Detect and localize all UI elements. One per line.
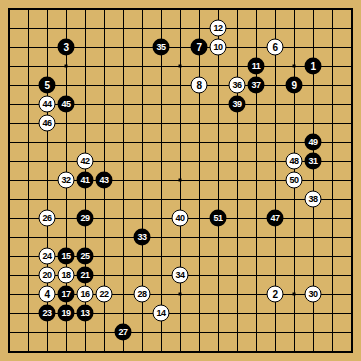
stone-white-24: 24	[39, 248, 56, 265]
star-point	[179, 65, 182, 68]
stone-number: 46	[42, 119, 51, 128]
stone-black-7: 7	[191, 39, 208, 56]
stone-number: 25	[80, 252, 89, 261]
stone-number: 31	[308, 157, 317, 166]
stone-number: 48	[289, 157, 298, 166]
stone-black-11: 11	[248, 58, 265, 75]
stone-black-33: 33	[134, 229, 151, 246]
stone-number: 1	[310, 61, 315, 71]
stone-black-5: 5	[39, 77, 56, 94]
stone-white-20: 20	[39, 267, 56, 284]
stone-white-50: 50	[286, 172, 303, 189]
stone-number: 16	[80, 290, 89, 299]
stone-number: 5	[44, 80, 49, 90]
stone-number: 43	[99, 176, 108, 185]
stone-number: 22	[99, 290, 108, 299]
stone-number: 39	[232, 100, 241, 109]
stone-number: 51	[213, 214, 222, 223]
stone-black-9: 9	[286, 77, 303, 94]
stone-white-28: 28	[134, 286, 151, 303]
stone-white-46: 46	[39, 115, 56, 132]
stone-number: 45	[61, 100, 70, 109]
stone-white-36: 36	[229, 77, 246, 94]
stone-number: 2	[272, 289, 277, 299]
stone-number: 11	[252, 62, 261, 71]
stone-black-15: 15	[58, 248, 75, 265]
stone-white-18: 18	[58, 267, 75, 284]
stone-black-51: 51	[210, 210, 227, 227]
stone-number: 7	[196, 42, 201, 52]
stone-black-17: 17	[58, 286, 75, 303]
stone-white-4: 4	[39, 286, 56, 303]
stone-number: 37	[251, 81, 260, 90]
stone-number: 18	[61, 271, 70, 280]
stone-black-47: 47	[267, 210, 284, 227]
stone-white-6: 6	[267, 39, 284, 56]
stone-white-30: 30	[305, 286, 322, 303]
stone-white-10: 10	[210, 39, 227, 56]
go-kifu-diagram: 1234567891011121314151617181920212223242…	[0, 0, 361, 361]
stone-number: 47	[270, 214, 279, 223]
stone-number: 21	[80, 271, 89, 280]
stone-number: 38	[308, 195, 317, 204]
stone-black-25: 25	[77, 248, 94, 265]
stone-number: 23	[42, 309, 51, 318]
stone-number: 15	[61, 252, 70, 261]
stone-white-42: 42	[77, 153, 94, 170]
star-point	[293, 293, 296, 296]
stone-white-48: 48	[286, 153, 303, 170]
stone-number: 41	[80, 176, 89, 185]
stone-number: 19	[61, 309, 70, 318]
stone-white-14: 14	[153, 305, 170, 322]
stone-black-39: 39	[229, 96, 246, 113]
stone-number: 9	[291, 80, 296, 90]
stone-black-31: 31	[305, 153, 322, 170]
stone-white-8: 8	[191, 77, 208, 94]
stone-number: 13	[80, 309, 89, 318]
stone-black-13: 13	[77, 305, 94, 322]
stone-number: 34	[175, 271, 184, 280]
stone-number: 36	[232, 81, 241, 90]
stone-number: 27	[118, 328, 127, 337]
stone-black-19: 19	[58, 305, 75, 322]
stone-white-2: 2	[267, 286, 284, 303]
stone-number: 50	[289, 176, 298, 185]
star-point	[179, 293, 182, 296]
stone-number: 17	[61, 290, 70, 299]
stone-number: 30	[308, 290, 317, 299]
stone-number: 4	[44, 289, 49, 299]
stone-number: 6	[272, 42, 277, 52]
stone-black-43: 43	[96, 172, 113, 189]
stone-black-23: 23	[39, 305, 56, 322]
stone-black-3: 3	[58, 39, 75, 56]
stone-black-27: 27	[115, 324, 132, 341]
stone-number: 14	[156, 309, 165, 318]
stone-number: 12	[213, 24, 222, 33]
star-point	[293, 65, 296, 68]
stone-white-38: 38	[305, 191, 322, 208]
stone-white-44: 44	[39, 96, 56, 113]
stone-number: 49	[308, 138, 317, 147]
stone-black-45: 45	[58, 96, 75, 113]
stone-black-37: 37	[248, 77, 265, 94]
stone-white-26: 26	[39, 210, 56, 227]
stone-black-21: 21	[77, 267, 94, 284]
stone-number: 26	[42, 214, 51, 223]
star-point	[179, 179, 182, 182]
stone-number: 33	[137, 233, 146, 242]
stone-black-29: 29	[77, 210, 94, 227]
stone-number: 28	[137, 290, 146, 299]
stone-number: 42	[80, 157, 89, 166]
stone-number: 29	[80, 214, 89, 223]
stone-white-32: 32	[58, 172, 75, 189]
stone-number: 32	[61, 176, 70, 185]
stone-black-35: 35	[153, 39, 170, 56]
stone-white-16: 16	[77, 286, 94, 303]
stone-number: 24	[42, 252, 51, 261]
stone-number: 44	[42, 100, 51, 109]
stone-number: 8	[196, 80, 201, 90]
stone-white-22: 22	[96, 286, 113, 303]
stone-number: 10	[213, 43, 222, 52]
stone-white-40: 40	[172, 210, 189, 227]
stone-white-34: 34	[172, 267, 189, 284]
stone-black-41: 41	[77, 172, 94, 189]
go-board[interactable]: 1234567891011121314151617181920212223242…	[0, 0, 361, 361]
stone-number: 3	[63, 42, 68, 52]
stone-number: 20	[42, 271, 51, 280]
star-point	[65, 65, 68, 68]
stone-number: 40	[175, 214, 184, 223]
stone-black-1: 1	[305, 58, 322, 75]
stone-black-49: 49	[305, 134, 322, 151]
stone-number: 35	[156, 43, 165, 52]
stone-white-12: 12	[210, 20, 227, 37]
